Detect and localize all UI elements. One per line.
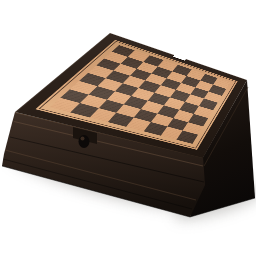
product-photo xyxy=(0,0,256,256)
latch-knob xyxy=(79,135,90,148)
latch-knob-highlight xyxy=(81,137,85,141)
